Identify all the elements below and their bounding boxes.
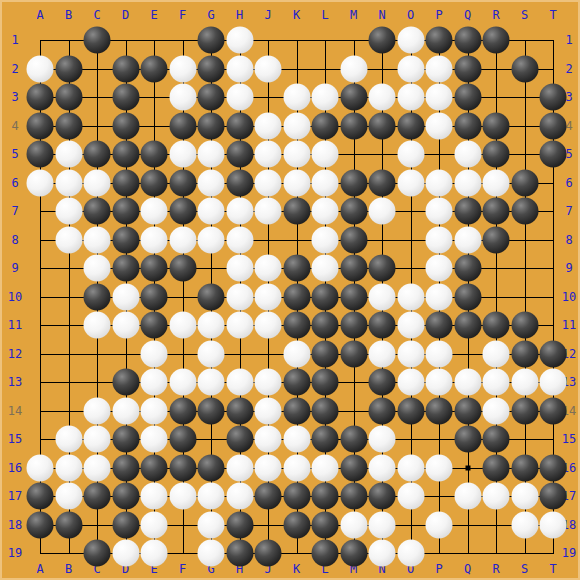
black-stone[interactable] <box>483 226 510 253</box>
column-label-bottom: S <box>521 563 528 575</box>
black-stone[interactable] <box>340 198 367 225</box>
white-stone[interactable] <box>397 27 424 54</box>
white-stone[interactable] <box>426 255 453 282</box>
white-stone[interactable] <box>511 483 538 510</box>
white-stone[interactable] <box>198 312 225 339</box>
black-stone[interactable] <box>55 55 82 82</box>
black-stone[interactable] <box>369 483 396 510</box>
black-stone[interactable] <box>340 540 367 567</box>
black-stone[interactable] <box>540 141 567 168</box>
white-stone[interactable] <box>369 426 396 453</box>
black-stone[interactable] <box>55 84 82 111</box>
white-stone[interactable] <box>369 511 396 538</box>
white-stone[interactable] <box>540 369 567 396</box>
white-stone[interactable] <box>55 141 82 168</box>
black-stone[interactable] <box>312 397 339 424</box>
white-stone[interactable] <box>426 55 453 82</box>
black-stone[interactable] <box>198 84 225 111</box>
black-stone[interactable] <box>169 255 196 282</box>
black-stone[interactable] <box>55 511 82 538</box>
row-label-right: 6 <box>565 177 572 189</box>
black-stone[interactable] <box>540 112 567 139</box>
white-stone[interactable] <box>55 426 82 453</box>
white-stone[interactable] <box>255 198 282 225</box>
white-stone[interactable] <box>226 226 253 253</box>
white-stone[interactable] <box>55 169 82 196</box>
black-stone[interactable] <box>369 169 396 196</box>
row-label-right: 10 <box>562 291 576 303</box>
white-stone[interactable] <box>226 312 253 339</box>
black-stone[interactable] <box>312 340 339 367</box>
black-stone[interactable] <box>426 397 453 424</box>
column-label-top: Q <box>464 9 471 21</box>
black-stone[interactable] <box>283 483 310 510</box>
black-stone[interactable] <box>226 112 253 139</box>
white-stone[interactable] <box>283 340 310 367</box>
black-stone[interactable] <box>198 27 225 54</box>
white-stone[interactable] <box>540 511 567 538</box>
black-stone[interactable] <box>312 511 339 538</box>
row-label-left: 14 <box>8 405 22 417</box>
white-stone[interactable] <box>226 27 253 54</box>
black-stone[interactable] <box>112 141 139 168</box>
column-label-top: N <box>378 9 385 21</box>
black-stone[interactable] <box>226 397 253 424</box>
black-stone[interactable] <box>141 55 168 82</box>
black-stone[interactable] <box>340 84 367 111</box>
black-stone[interactable] <box>226 169 253 196</box>
white-stone[interactable] <box>112 397 139 424</box>
black-stone[interactable] <box>112 511 139 538</box>
white-stone[interactable] <box>226 55 253 82</box>
white-stone[interactable] <box>397 141 424 168</box>
column-label-top: L <box>321 9 328 21</box>
row-label-left: 2 <box>11 63 18 75</box>
black-stone[interactable] <box>369 397 396 424</box>
white-stone[interactable] <box>483 397 510 424</box>
black-stone[interactable] <box>27 483 54 510</box>
column-label-bottom: B <box>65 563 72 575</box>
white-stone[interactable] <box>454 369 481 396</box>
white-stone[interactable] <box>198 369 225 396</box>
row-label-left: 16 <box>8 462 22 474</box>
black-stone[interactable] <box>169 454 196 481</box>
black-stone[interactable] <box>454 55 481 82</box>
white-stone[interactable] <box>84 255 111 282</box>
black-stone[interactable] <box>84 198 111 225</box>
white-stone[interactable] <box>255 283 282 310</box>
black-stone[interactable] <box>112 226 139 253</box>
white-stone[interactable] <box>255 169 282 196</box>
black-stone[interactable] <box>312 426 339 453</box>
black-stone[interactable] <box>198 454 225 481</box>
white-stone[interactable] <box>483 340 510 367</box>
black-stone[interactable] <box>511 55 538 82</box>
white-stone[interactable] <box>397 454 424 481</box>
white-stone[interactable] <box>312 198 339 225</box>
black-stone[interactable] <box>312 283 339 310</box>
black-stone[interactable] <box>483 141 510 168</box>
white-stone[interactable] <box>397 540 424 567</box>
column-label-top: H <box>236 9 243 21</box>
black-stone[interactable] <box>112 426 139 453</box>
white-stone[interactable] <box>226 454 253 481</box>
black-stone[interactable] <box>340 340 367 367</box>
black-stone[interactable] <box>141 255 168 282</box>
column-label-top: O <box>407 9 414 21</box>
white-stone[interactable] <box>169 483 196 510</box>
black-stone[interactable] <box>141 169 168 196</box>
white-stone[interactable] <box>454 226 481 253</box>
black-stone[interactable] <box>483 27 510 54</box>
black-stone[interactable] <box>454 426 481 453</box>
white-stone[interactable] <box>255 55 282 82</box>
go-board[interactable]: AABBCCDDEEFFGGHHJJKKLLMMNNOOPPQQRRSSTT11… <box>0 0 580 580</box>
white-stone[interactable] <box>426 198 453 225</box>
column-label-bottom: P <box>435 563 442 575</box>
black-stone[interactable] <box>312 112 339 139</box>
column-label-top: B <box>65 9 72 21</box>
white-stone[interactable] <box>340 511 367 538</box>
row-label-left: 13 <box>8 376 22 388</box>
black-stone[interactable] <box>55 112 82 139</box>
row-label-right: 15 <box>562 433 576 445</box>
white-stone[interactable] <box>141 426 168 453</box>
black-stone[interactable] <box>454 255 481 282</box>
black-stone[interactable] <box>141 312 168 339</box>
black-stone[interactable] <box>198 55 225 82</box>
white-stone[interactable] <box>112 540 139 567</box>
black-stone[interactable] <box>540 483 567 510</box>
white-stone[interactable] <box>369 454 396 481</box>
black-stone[interactable] <box>112 169 139 196</box>
white-stone[interactable] <box>226 198 253 225</box>
white-stone[interactable] <box>283 84 310 111</box>
row-label-right: 11 <box>562 319 576 331</box>
white-stone[interactable] <box>283 112 310 139</box>
white-stone[interactable] <box>255 312 282 339</box>
white-stone[interactable] <box>255 426 282 453</box>
white-stone[interactable] <box>255 255 282 282</box>
white-stone[interactable] <box>226 369 253 396</box>
white-stone[interactable] <box>141 226 168 253</box>
white-stone[interactable] <box>426 84 453 111</box>
black-stone[interactable] <box>540 454 567 481</box>
black-stone[interactable] <box>198 112 225 139</box>
black-stone[interactable] <box>454 312 481 339</box>
white-stone[interactable] <box>198 540 225 567</box>
white-stone[interactable] <box>369 283 396 310</box>
white-stone[interactable] <box>198 511 225 538</box>
black-stone[interactable] <box>483 112 510 139</box>
white-stone[interactable] <box>454 141 481 168</box>
black-stone[interactable] <box>397 112 424 139</box>
white-stone[interactable] <box>169 84 196 111</box>
black-stone[interactable] <box>112 198 139 225</box>
white-stone[interactable] <box>198 226 225 253</box>
white-stone[interactable] <box>55 198 82 225</box>
black-stone[interactable] <box>283 369 310 396</box>
white-stone[interactable] <box>55 454 82 481</box>
white-stone[interactable] <box>198 483 225 510</box>
white-stone[interactable] <box>27 454 54 481</box>
black-stone[interactable] <box>454 283 481 310</box>
white-stone[interactable] <box>226 483 253 510</box>
black-stone[interactable] <box>454 397 481 424</box>
black-stone[interactable] <box>112 84 139 111</box>
row-label-right: 19 <box>562 547 576 559</box>
black-stone[interactable] <box>312 369 339 396</box>
black-stone[interactable] <box>369 255 396 282</box>
white-stone[interactable] <box>426 340 453 367</box>
black-stone[interactable] <box>169 169 196 196</box>
black-stone[interactable] <box>283 397 310 424</box>
white-stone[interactable] <box>141 483 168 510</box>
white-stone[interactable] <box>426 226 453 253</box>
white-stone[interactable] <box>426 454 453 481</box>
black-stone[interactable] <box>112 112 139 139</box>
black-stone[interactable] <box>84 141 111 168</box>
black-stone[interactable] <box>340 312 367 339</box>
white-stone[interactable] <box>255 141 282 168</box>
white-stone[interactable] <box>483 369 510 396</box>
black-stone[interactable] <box>511 312 538 339</box>
black-stone[interactable] <box>340 483 367 510</box>
white-stone[interactable] <box>397 369 424 396</box>
black-stone[interactable] <box>369 112 396 139</box>
black-stone[interactable] <box>169 397 196 424</box>
white-stone[interactable] <box>454 169 481 196</box>
black-stone[interactable] <box>112 483 139 510</box>
black-stone[interactable] <box>141 454 168 481</box>
white-stone[interactable] <box>141 369 168 396</box>
black-stone[interactable] <box>483 454 510 481</box>
white-stone[interactable] <box>226 255 253 282</box>
black-stone[interactable] <box>511 169 538 196</box>
black-stone[interactable] <box>84 27 111 54</box>
white-stone[interactable] <box>312 169 339 196</box>
black-stone[interactable] <box>112 55 139 82</box>
white-stone[interactable] <box>169 226 196 253</box>
white-stone[interactable] <box>27 55 54 82</box>
black-stone[interactable] <box>426 27 453 54</box>
white-stone[interactable] <box>198 340 225 367</box>
white-stone[interactable] <box>283 454 310 481</box>
column-label-bottom: Q <box>464 563 471 575</box>
white-stone[interactable] <box>312 255 339 282</box>
white-stone[interactable] <box>84 226 111 253</box>
black-stone[interactable] <box>226 511 253 538</box>
white-stone[interactable] <box>255 397 282 424</box>
row-label-left: 5 <box>11 148 18 160</box>
black-stone[interactable] <box>340 255 367 282</box>
black-stone[interactable] <box>397 397 424 424</box>
column-label-top: F <box>179 9 186 21</box>
black-stone[interactable] <box>340 169 367 196</box>
black-stone[interactable] <box>27 84 54 111</box>
white-stone[interactable] <box>426 169 453 196</box>
white-stone[interactable] <box>397 169 424 196</box>
black-stone[interactable] <box>511 198 538 225</box>
white-stone[interactable] <box>454 483 481 510</box>
white-stone[interactable] <box>198 169 225 196</box>
white-stone[interactable] <box>340 55 367 82</box>
white-stone[interactable] <box>198 141 225 168</box>
column-label-top: M <box>350 9 357 21</box>
white-stone[interactable] <box>369 340 396 367</box>
black-stone[interactable] <box>454 198 481 225</box>
white-stone[interactable] <box>55 483 82 510</box>
white-stone[interactable] <box>511 369 538 396</box>
black-stone[interactable] <box>169 198 196 225</box>
black-stone[interactable] <box>141 141 168 168</box>
white-stone[interactable] <box>169 312 196 339</box>
white-stone[interactable] <box>426 369 453 396</box>
white-stone[interactable] <box>84 426 111 453</box>
white-stone[interactable] <box>255 112 282 139</box>
black-stone[interactable] <box>511 454 538 481</box>
black-stone[interactable] <box>169 112 196 139</box>
black-stone[interactable] <box>511 340 538 367</box>
black-stone[interactable] <box>454 84 481 111</box>
column-label-top: T <box>549 9 556 21</box>
white-stone[interactable] <box>369 540 396 567</box>
black-stone[interactable] <box>540 84 567 111</box>
black-stone[interactable] <box>312 540 339 567</box>
white-stone[interactable] <box>397 283 424 310</box>
black-stone[interactable] <box>283 312 310 339</box>
black-stone[interactable] <box>454 27 481 54</box>
black-stone[interactable] <box>483 426 510 453</box>
white-stone[interactable] <box>141 397 168 424</box>
black-stone[interactable] <box>369 312 396 339</box>
black-stone[interactable] <box>226 426 253 453</box>
white-stone[interactable] <box>483 169 510 196</box>
white-stone[interactable] <box>112 283 139 310</box>
black-stone[interactable] <box>84 483 111 510</box>
white-stone[interactable] <box>141 540 168 567</box>
white-stone[interactable] <box>84 397 111 424</box>
black-stone[interactable] <box>141 283 168 310</box>
white-stone[interactable] <box>112 312 139 339</box>
black-stone[interactable] <box>27 141 54 168</box>
black-stone[interactable] <box>283 511 310 538</box>
black-stone[interactable] <box>426 312 453 339</box>
white-stone[interactable] <box>141 340 168 367</box>
row-label-left: 7 <box>11 205 18 217</box>
white-stone[interactable] <box>141 511 168 538</box>
white-stone[interactable] <box>312 454 339 481</box>
black-stone[interactable] <box>312 483 339 510</box>
black-stone[interactable] <box>283 283 310 310</box>
white-stone[interactable] <box>483 483 510 510</box>
white-stone[interactable] <box>169 55 196 82</box>
white-stone[interactable] <box>226 283 253 310</box>
row-label-left: 6 <box>11 177 18 189</box>
black-stone[interactable] <box>340 112 367 139</box>
black-stone[interactable] <box>198 283 225 310</box>
white-stone[interactable] <box>198 198 225 225</box>
black-stone[interactable] <box>312 312 339 339</box>
white-stone[interactable] <box>84 312 111 339</box>
white-stone[interactable] <box>84 169 111 196</box>
white-stone[interactable] <box>312 226 339 253</box>
white-stone[interactable] <box>397 55 424 82</box>
white-stone[interactable] <box>226 84 253 111</box>
black-stone[interactable] <box>369 369 396 396</box>
black-stone[interactable] <box>540 397 567 424</box>
black-stone[interactable] <box>169 426 196 453</box>
white-stone[interactable] <box>55 226 82 253</box>
white-stone[interactable] <box>255 454 282 481</box>
white-stone[interactable] <box>255 369 282 396</box>
white-stone[interactable] <box>283 426 310 453</box>
black-stone[interactable] <box>84 540 111 567</box>
black-stone[interactable] <box>483 198 510 225</box>
white-stone[interactable] <box>397 84 424 111</box>
row-label-left: 17 <box>8 490 22 502</box>
white-stone[interactable] <box>369 198 396 225</box>
black-stone[interactable] <box>340 426 367 453</box>
white-stone[interactable] <box>312 141 339 168</box>
column-label-bottom: R <box>492 563 499 575</box>
black-stone[interactable] <box>454 112 481 139</box>
white-stone[interactable] <box>426 511 453 538</box>
row-label-right: 1 <box>565 34 572 46</box>
white-stone[interactable] <box>369 84 396 111</box>
black-stone[interactable] <box>255 483 282 510</box>
white-stone[interactable] <box>283 169 310 196</box>
white-stone[interactable] <box>397 483 424 510</box>
black-stone[interactable] <box>27 511 54 538</box>
white-stone[interactable] <box>397 340 424 367</box>
black-stone[interactable] <box>483 312 510 339</box>
white-stone[interactable] <box>169 369 196 396</box>
black-stone[interactable] <box>340 226 367 253</box>
black-stone[interactable] <box>511 397 538 424</box>
black-stone[interactable] <box>369 27 396 54</box>
row-label-right: 2 <box>565 63 572 75</box>
white-stone[interactable] <box>84 454 111 481</box>
white-stone[interactable] <box>169 141 196 168</box>
row-label-right: 9 <box>565 262 572 274</box>
white-stone[interactable] <box>312 84 339 111</box>
black-stone[interactable] <box>226 141 253 168</box>
black-stone[interactable] <box>226 540 253 567</box>
black-stone[interactable] <box>112 255 139 282</box>
black-stone[interactable] <box>340 454 367 481</box>
black-stone[interactable] <box>255 540 282 567</box>
white-stone[interactable] <box>426 112 453 139</box>
white-stone[interactable] <box>397 312 424 339</box>
white-stone[interactable] <box>27 169 54 196</box>
column-label-bottom: A <box>36 563 43 575</box>
row-label-left: 4 <box>11 120 18 132</box>
black-stone[interactable] <box>112 454 139 481</box>
black-stone[interactable] <box>340 283 367 310</box>
white-stone[interactable] <box>141 198 168 225</box>
black-stone[interactable] <box>27 112 54 139</box>
black-stone[interactable] <box>283 255 310 282</box>
black-stone[interactable] <box>112 369 139 396</box>
black-stone[interactable] <box>198 397 225 424</box>
white-stone[interactable] <box>283 141 310 168</box>
black-stone[interactable] <box>540 340 567 367</box>
black-stone[interactable] <box>84 283 111 310</box>
black-stone[interactable] <box>283 198 310 225</box>
white-stone[interactable] <box>511 511 538 538</box>
white-stone[interactable] <box>426 283 453 310</box>
